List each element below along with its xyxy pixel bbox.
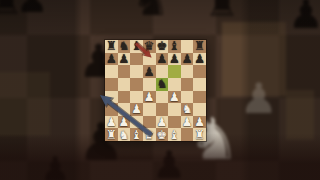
square-c6[interactable] bbox=[130, 65, 143, 78]
white-king-e1: ♚ bbox=[156, 129, 167, 141]
square-f1[interactable]: ♝ bbox=[168, 128, 181, 141]
square-f4[interactable]: ♟ bbox=[168, 91, 181, 104]
square-a7[interactable]: ♟ bbox=[105, 53, 118, 66]
white-pawn-d4: ♟ bbox=[144, 91, 155, 103]
square-c1[interactable]: ♝ bbox=[130, 128, 143, 141]
square-f2[interactable] bbox=[168, 116, 181, 129]
square-a2[interactable]: ♟ bbox=[105, 116, 118, 129]
white-bishop-c1: ♝ bbox=[131, 129, 142, 141]
square-b5[interactable] bbox=[118, 78, 131, 91]
square-a6[interactable] bbox=[105, 65, 118, 78]
square-b2[interactable]: ♟ bbox=[118, 116, 131, 129]
square-d2[interactable] bbox=[143, 116, 156, 129]
bg-piece-knight-top-center: ♞ bbox=[132, 0, 170, 22]
white-bishop-f1: ♝ bbox=[169, 129, 180, 141]
white-pawn-f4: ♟ bbox=[169, 91, 180, 103]
square-c3[interactable]: ♟ bbox=[130, 103, 143, 116]
square-b1[interactable]: ♞ bbox=[118, 128, 131, 141]
square-e5[interactable]: ♞ bbox=[156, 78, 169, 91]
video-frame: ♜♟♞♜♟♟♟♟♞♟♟ ♜♞♝♛♚♝♜♟♟♟♟♟♟♟♞♟♟♟♞♟♟♟♟♟♜♞♝♛… bbox=[0, 0, 320, 180]
bg-patch-light-area-left bbox=[0, 72, 50, 136]
square-d1[interactable]: ♛ bbox=[143, 128, 156, 141]
square-h7[interactable]: ♟ bbox=[193, 53, 206, 66]
square-e2[interactable]: ♟ bbox=[156, 116, 169, 129]
square-h6[interactable] bbox=[193, 65, 206, 78]
white-knight-b1: ♞ bbox=[119, 129, 130, 141]
square-h3[interactable] bbox=[193, 103, 206, 116]
square-f6[interactable] bbox=[168, 65, 181, 78]
square-f5[interactable] bbox=[168, 78, 181, 91]
black-pawn-d6: ♟ bbox=[144, 66, 155, 78]
square-e8[interactable]: ♚ bbox=[156, 40, 169, 53]
square-g8[interactable] bbox=[181, 40, 194, 53]
square-g3[interactable]: ♞ bbox=[181, 103, 194, 116]
square-g6[interactable] bbox=[181, 65, 194, 78]
square-c2[interactable] bbox=[130, 116, 143, 129]
black-knight-e5: ♞ bbox=[156, 78, 167, 90]
square-g7[interactable]: ♟ bbox=[181, 53, 194, 66]
white-queen-d1: ♛ bbox=[144, 129, 155, 141]
square-c4[interactable] bbox=[130, 91, 143, 104]
white-pawn-c3: ♟ bbox=[131, 103, 142, 115]
square-b8[interactable]: ♞ bbox=[118, 40, 131, 53]
square-b4[interactable] bbox=[118, 91, 131, 104]
black-rook-h8: ♜ bbox=[194, 40, 205, 52]
square-c8[interactable]: ♝ bbox=[130, 40, 143, 53]
black-pawn-h7: ♟ bbox=[194, 53, 205, 65]
white-pawn-e2: ♟ bbox=[156, 116, 167, 128]
square-b7[interactable]: ♟ bbox=[118, 53, 131, 66]
square-e4[interactable] bbox=[156, 91, 169, 104]
black-bishop-c8: ♝ bbox=[131, 40, 142, 52]
white-pawn-a2: ♟ bbox=[106, 116, 117, 128]
square-f3[interactable] bbox=[168, 103, 181, 116]
square-d7[interactable] bbox=[143, 53, 156, 66]
square-a5[interactable] bbox=[105, 78, 118, 91]
bg-piece-pawn-bottom-center: ♟ bbox=[152, 146, 186, 180]
square-d5[interactable] bbox=[143, 78, 156, 91]
black-pawn-f7: ♟ bbox=[169, 53, 180, 65]
square-h4[interactable] bbox=[193, 91, 206, 104]
square-g4[interactable] bbox=[181, 91, 194, 104]
square-b6[interactable] bbox=[118, 65, 131, 78]
square-d3[interactable] bbox=[143, 103, 156, 116]
white-rook-h1: ♜ bbox=[194, 129, 205, 141]
white-knight-g3: ♞ bbox=[182, 103, 193, 115]
square-e6[interactable] bbox=[156, 65, 169, 78]
black-pawn-b7: ♟ bbox=[119, 53, 130, 65]
black-pawn-g7: ♟ bbox=[182, 53, 193, 65]
bg-patch-light-area-far-right bbox=[286, 90, 314, 140]
square-h2[interactable]: ♟ bbox=[193, 116, 206, 129]
bg-piece-pawn-bottom-far-left: ♟ bbox=[40, 152, 70, 180]
square-c5[interactable] bbox=[130, 78, 143, 91]
square-c7[interactable] bbox=[130, 53, 143, 66]
black-queen-d8: ♛ bbox=[144, 40, 155, 52]
square-a1[interactable]: ♜ bbox=[105, 128, 118, 141]
square-d8[interactable]: ♛ bbox=[143, 40, 156, 53]
square-b3[interactable] bbox=[118, 103, 131, 116]
black-pawn-a7: ♟ bbox=[106, 53, 117, 65]
square-a4[interactable] bbox=[105, 91, 118, 104]
chess-board[interactable]: ♜♞♝♛♚♝♜♟♟♟♟♟♟♟♞♟♟♟♞♟♟♟♟♟♜♞♝♛♚♝♜ bbox=[105, 40, 206, 141]
white-pawn-b2: ♟ bbox=[119, 116, 130, 128]
black-knight-b8: ♞ bbox=[119, 40, 130, 52]
square-d4[interactable]: ♟ bbox=[143, 91, 156, 104]
square-e7[interactable]: ♟ bbox=[156, 53, 169, 66]
black-rook-a8: ♜ bbox=[106, 40, 117, 52]
bg-piece-pawn-top-left: ♟ bbox=[16, 0, 48, 18]
square-h1[interactable]: ♜ bbox=[193, 128, 206, 141]
square-h8[interactable]: ♜ bbox=[193, 40, 206, 53]
white-pawn-h2: ♟ bbox=[194, 116, 205, 128]
bg-piece-pawn-far-right-top: ♟ bbox=[288, 0, 320, 34]
square-g2[interactable]: ♟ bbox=[181, 116, 194, 129]
black-bishop-f8: ♝ bbox=[169, 40, 180, 52]
square-e3[interactable] bbox=[156, 103, 169, 116]
black-pawn-e7: ♟ bbox=[156, 53, 167, 65]
white-pawn-g2: ♟ bbox=[182, 116, 193, 128]
square-g5[interactable] bbox=[181, 78, 194, 91]
square-e1[interactable]: ♚ bbox=[156, 128, 169, 141]
square-a3[interactable] bbox=[105, 103, 118, 116]
bg-piece-rook-top-right: ♜ bbox=[204, 0, 240, 22]
square-f7[interactable]: ♟ bbox=[168, 53, 181, 66]
bg-piece-white-pawn-right: ♟ bbox=[240, 78, 278, 120]
square-h5[interactable] bbox=[193, 78, 206, 91]
square-d6[interactable]: ♟ bbox=[143, 65, 156, 78]
square-a8[interactable]: ♜ bbox=[105, 40, 118, 53]
black-king-e8: ♚ bbox=[156, 40, 167, 52]
white-rook-a1: ♜ bbox=[106, 129, 117, 141]
square-f8[interactable]: ♝ bbox=[168, 40, 181, 53]
square-g1[interactable] bbox=[181, 128, 194, 141]
